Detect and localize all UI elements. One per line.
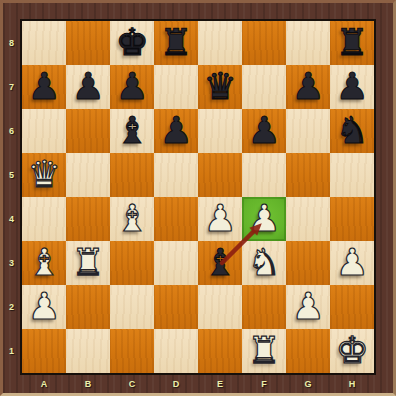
chess-board-frame: 8 7 6 5 4 3 2 1 ♚♜♜♟♟♟♛♟♟♝♟♟♞♛♝♟♟♝♜♝♞♟♟♟…: [0, 0, 396, 396]
black-rook: ♜: [335, 21, 368, 65]
square-g5[interactable]: [286, 153, 330, 197]
square-e4[interactable]: ♟: [198, 197, 242, 241]
square-h6[interactable]: ♞: [330, 109, 374, 153]
square-a5[interactable]: ♛: [22, 153, 66, 197]
white-bishop: ♝: [27, 241, 60, 285]
square-g6[interactable]: [286, 109, 330, 153]
square-g7[interactable]: ♟: [286, 65, 330, 109]
black-queen: ♛: [203, 65, 236, 109]
square-h3[interactable]: ♟: [330, 241, 374, 285]
square-c1[interactable]: [110, 329, 154, 373]
black-pawn: ♟: [115, 65, 148, 109]
rank-label: 4: [3, 197, 20, 241]
square-e1[interactable]: [198, 329, 242, 373]
square-a6[interactable]: [22, 109, 66, 153]
white-king: ♚: [335, 329, 368, 373]
white-pawn: ♟: [335, 241, 368, 285]
black-king: ♚: [115, 21, 148, 65]
rank-label: 6: [3, 109, 20, 153]
black-knight: ♞: [335, 109, 368, 153]
square-f3[interactable]: ♞: [242, 241, 286, 285]
square-e8[interactable]: [198, 21, 242, 65]
black-rook: ♜: [159, 21, 192, 65]
square-b3[interactable]: ♜: [66, 241, 110, 285]
rank-labels: 8 7 6 5 4 3 2 1: [3, 21, 20, 373]
rank-label: 1: [3, 329, 20, 373]
square-d2[interactable]: [154, 285, 198, 329]
square-h1[interactable]: ♚: [330, 329, 374, 373]
square-f5[interactable]: [242, 153, 286, 197]
square-h4[interactable]: [330, 197, 374, 241]
black-pawn: ♟: [247, 109, 280, 153]
square-h7[interactable]: ♟: [330, 65, 374, 109]
file-label: F: [242, 375, 286, 392]
chess-board: ♚♜♜♟♟♟♛♟♟♝♟♟♞♛♝♟♟♝♜♝♞♟♟♟♜♚: [20, 19, 376, 375]
square-a3[interactable]: ♝: [22, 241, 66, 285]
square-b7[interactable]: ♟: [66, 65, 110, 109]
square-f7[interactable]: [242, 65, 286, 109]
square-b1[interactable]: [66, 329, 110, 373]
file-label: H: [330, 375, 374, 392]
white-pawn: ♟: [203, 197, 236, 241]
file-label: C: [110, 375, 154, 392]
white-knight: ♞: [247, 241, 280, 285]
file-label: E: [198, 375, 242, 392]
black-pawn: ♟: [27, 65, 60, 109]
square-g2[interactable]: ♟: [286, 285, 330, 329]
square-c4[interactable]: ♝: [110, 197, 154, 241]
square-d4[interactable]: [154, 197, 198, 241]
square-a7[interactable]: ♟: [22, 65, 66, 109]
file-label: D: [154, 375, 198, 392]
square-e5[interactable]: [198, 153, 242, 197]
square-c5[interactable]: [110, 153, 154, 197]
square-d6[interactable]: ♟: [154, 109, 198, 153]
white-rook: ♜: [247, 329, 280, 373]
square-c6[interactable]: ♝: [110, 109, 154, 153]
square-b8[interactable]: [66, 21, 110, 65]
black-pawn: ♟: [291, 65, 324, 109]
square-h2[interactable]: [330, 285, 374, 329]
square-a1[interactable]: [22, 329, 66, 373]
square-b5[interactable]: [66, 153, 110, 197]
square-d7[interactable]: [154, 65, 198, 109]
white-pawn: ♟: [247, 197, 280, 241]
square-c2[interactable]: [110, 285, 154, 329]
file-label: B: [66, 375, 110, 392]
rank-label: 2: [3, 285, 20, 329]
square-e3[interactable]: ♝: [198, 241, 242, 285]
square-c7[interactable]: ♟: [110, 65, 154, 109]
white-rook: ♜: [71, 241, 104, 285]
square-a2[interactable]: ♟: [22, 285, 66, 329]
square-g3[interactable]: [286, 241, 330, 285]
square-h5[interactable]: [330, 153, 374, 197]
white-pawn: ♟: [27, 285, 60, 329]
file-label: A: [22, 375, 66, 392]
square-g4[interactable]: [286, 197, 330, 241]
rank-label: 8: [3, 21, 20, 65]
square-e7[interactable]: ♛: [198, 65, 242, 109]
square-c3[interactable]: [110, 241, 154, 285]
square-d1[interactable]: [154, 329, 198, 373]
square-a4[interactable]: [22, 197, 66, 241]
file-labels: A B C D E F G H: [22, 375, 374, 392]
white-pawn: ♟: [291, 285, 324, 329]
black-pawn: ♟: [159, 109, 192, 153]
white-bishop: ♝: [115, 197, 148, 241]
square-f8[interactable]: [242, 21, 286, 65]
file-label: G: [286, 375, 330, 392]
square-e6[interactable]: [198, 109, 242, 153]
black-bishop: ♝: [115, 109, 148, 153]
square-b4[interactable]: [66, 197, 110, 241]
square-d3[interactable]: [154, 241, 198, 285]
square-d5[interactable]: [154, 153, 198, 197]
square-g1[interactable]: [286, 329, 330, 373]
square-f1[interactable]: ♜: [242, 329, 286, 373]
square-f4[interactable]: ♟: [242, 197, 286, 241]
square-e2[interactable]: [198, 285, 242, 329]
rank-label: 5: [3, 153, 20, 197]
square-c8[interactable]: ♚: [110, 21, 154, 65]
black-pawn: ♟: [335, 65, 368, 109]
rank-label: 3: [3, 241, 20, 285]
square-b6[interactable]: [66, 109, 110, 153]
square-f6[interactable]: ♟: [242, 109, 286, 153]
black-bishop: ♝: [203, 241, 236, 285]
black-pawn: ♟: [71, 65, 104, 109]
square-g8[interactable]: [286, 21, 330, 65]
square-d8[interactable]: ♜: [154, 21, 198, 65]
square-a8[interactable]: [22, 21, 66, 65]
white-queen: ♛: [27, 153, 60, 197]
square-f2[interactable]: [242, 285, 286, 329]
rank-label: 7: [3, 65, 20, 109]
square-h8[interactable]: ♜: [330, 21, 374, 65]
square-b2[interactable]: [66, 285, 110, 329]
